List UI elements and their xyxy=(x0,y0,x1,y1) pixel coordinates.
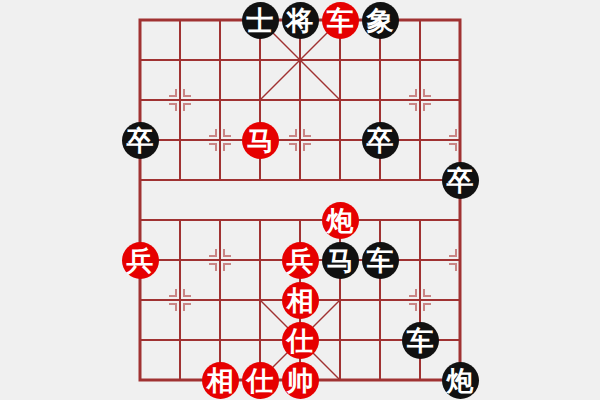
red-soldier[interactable]: 兵 xyxy=(282,242,319,279)
red-chariot[interactable]: 车 xyxy=(322,2,359,39)
red-horse[interactable]: 马 xyxy=(242,122,279,159)
black-soldier[interactable]: 卒 xyxy=(122,122,159,159)
red-cannon[interactable]: 炮 xyxy=(322,202,359,239)
red-soldier[interactable]: 兵 xyxy=(122,242,159,279)
red-advisor[interactable]: 仕 xyxy=(282,322,319,359)
black-cannon[interactable]: 炮 xyxy=(442,362,479,399)
red-elephant[interactable]: 相 xyxy=(202,362,239,399)
black-elephant[interactable]: 象 xyxy=(362,2,399,39)
black-chariot[interactable]: 车 xyxy=(362,242,399,279)
black-soldier[interactable]: 卒 xyxy=(362,122,399,159)
red-advisor[interactable]: 仕 xyxy=(242,362,279,399)
red-general[interactable]: 帅 xyxy=(282,362,319,399)
black-soldier[interactable]: 卒 xyxy=(442,162,479,199)
pieces-grid: 士将车象卒马卒卒炮兵兵马车相仕车相仕帅炮 xyxy=(120,0,480,400)
black-chariot[interactable]: 车 xyxy=(402,322,439,359)
red-elephant[interactable]: 相 xyxy=(282,282,319,319)
black-horse[interactable]: 马 xyxy=(322,242,359,279)
black-general[interactable]: 将 xyxy=(282,2,319,39)
black-advisor[interactable]: 士 xyxy=(242,2,279,39)
xiangqi-board-diagram: 士将车象卒马卒卒炮兵兵马车相仕车相仕帅炮 xyxy=(0,0,600,400)
